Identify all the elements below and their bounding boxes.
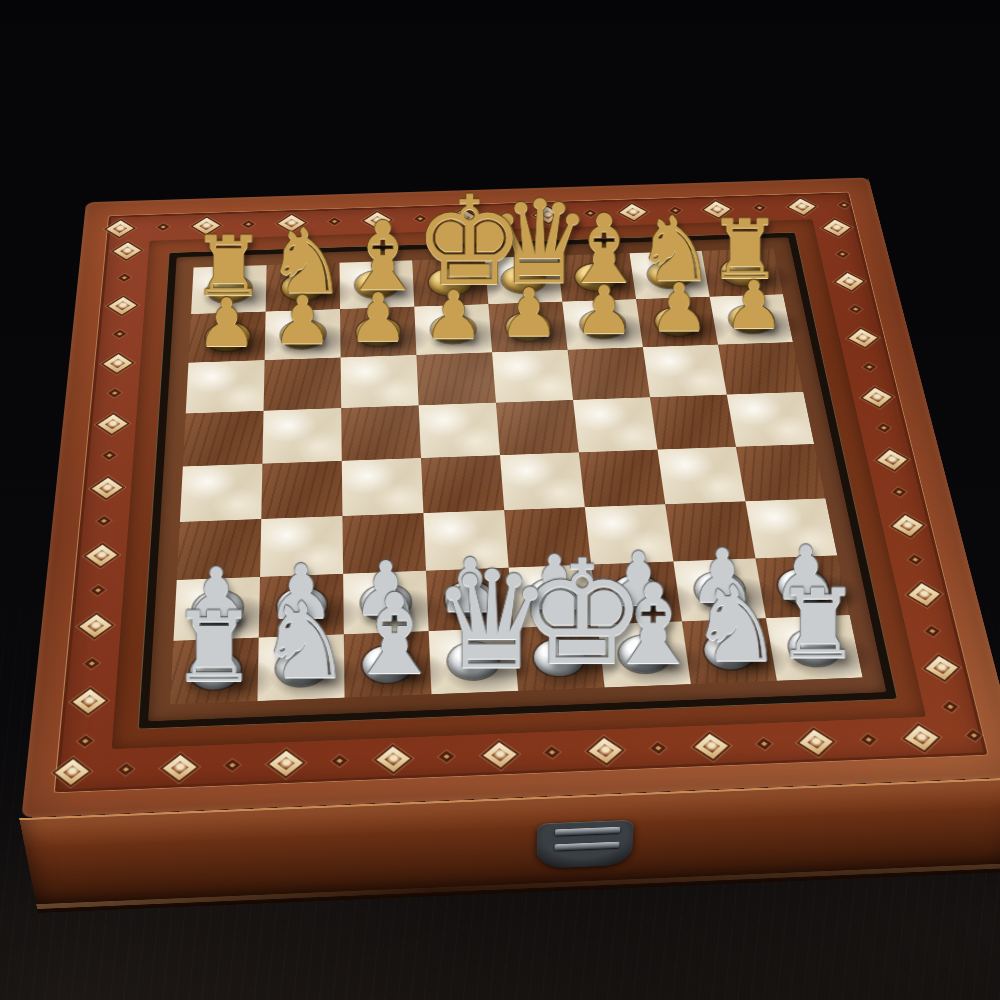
inlay-diamond-small — [943, 701, 958, 713]
inlay-diamond — [92, 477, 122, 498]
piece-cell-c7: ♟ — [340, 307, 416, 358]
inlay-diamond — [823, 220, 850, 237]
inlay-diamond-small — [225, 759, 241, 771]
inlay-diamond-small — [108, 389, 122, 398]
inlay-diamond-small — [91, 585, 106, 596]
inlay-diamond-small — [863, 363, 877, 372]
inlay-diamond-small — [157, 223, 170, 231]
inlay-diamond-small — [332, 755, 348, 767]
inlay-diamond-small — [118, 763, 134, 775]
piece-gold-pawn-g7[interactable]: ♟ — [642, 277, 717, 338]
inlay-diamond — [106, 220, 133, 237]
inlay-diamond-small — [849, 305, 862, 313]
inlay-diamond — [163, 754, 197, 780]
piece-gold-pawn-d7[interactable]: ♟ — [416, 285, 491, 347]
inlay-diamond-small — [650, 742, 666, 754]
inlay-diamond — [103, 354, 132, 373]
piece-cell-e7: ♟ — [488, 302, 567, 353]
inlay-diamond-small — [113, 330, 126, 339]
inlay-diamond — [905, 725, 938, 750]
inlay-diamond — [789, 198, 815, 214]
piece-gold-pawn-h7[interactable]: ♟ — [717, 275, 792, 336]
inlay-diamond — [55, 759, 89, 785]
inlay-diamond-small — [836, 250, 849, 258]
piece-gold-pawn-f7[interactable]: ♟ — [567, 280, 642, 341]
inlay-diamond-small — [84, 658, 99, 669]
piece-silver-rook-h1[interactable]: ♜ — [775, 581, 861, 669]
inlay-diamond — [376, 746, 409, 772]
inlay-diamond — [72, 689, 105, 714]
piece-gold-pawn-b7[interactable]: ♟ — [265, 290, 341, 352]
piece-silver-rook-a1[interactable]: ♜ — [171, 604, 258, 693]
piece-cell-c1: ♝ — [344, 631, 432, 698]
inlay-diamond — [925, 656, 957, 680]
inlay-diamond — [908, 584, 939, 607]
inlay-diamond — [113, 242, 140, 259]
inlay-diamond-small — [118, 274, 131, 282]
box-latch[interactable] — [537, 820, 634, 869]
chess-box: ♜♞♝♚♛♝♞♜♟♟♟♟♟♟♟♟♟♟♟♟♟♟♟♟♜♞♝♛♚♝♞♜ — [21, 177, 1000, 818]
inlay-diamond — [835, 273, 862, 290]
piece-gold-pawn-a7[interactable]: ♟ — [189, 292, 265, 354]
inlay-diamond — [892, 515, 922, 536]
piece-silver-knight-b1[interactable]: ♞ — [258, 593, 345, 690]
inlay-diamond — [108, 297, 136, 315]
piece-gold-pawn-c7[interactable]: ♟ — [341, 287, 417, 349]
inlay-diamond-small — [756, 738, 772, 750]
inlay-diamond-small — [438, 751, 454, 763]
inlay-diamond — [877, 449, 907, 469]
piece-silver-bishop-c1[interactable]: ♝ — [344, 583, 431, 686]
piece-cell-b7: ♟ — [265, 309, 341, 360]
piece-cell-a7: ♟ — [188, 311, 265, 362]
inlay-diamond — [800, 729, 833, 754]
inlay-diamond-small — [892, 487, 906, 497]
piece-cell-d7: ♟ — [414, 304, 492, 355]
scene: ♜♞♝♚♛♝♞♜♟♟♟♟♟♟♟♟♟♟♟♟♟♟♟♟♜♞♝♛♚♝♞♜ — [0, 0, 1000, 1000]
inlay-diamond-small — [102, 451, 116, 461]
piece-gold-pawn-e7[interactable]: ♟ — [491, 282, 566, 343]
inlay-diamond-small — [908, 554, 923, 564]
inlay-diamond-small — [97, 516, 112, 526]
piece-cell-a1: ♜ — [170, 637, 259, 704]
inlay-diamond-small — [925, 626, 940, 637]
inlay-diamond — [483, 742, 516, 767]
piece-cell-b1: ♞ — [257, 634, 344, 701]
inlay-diamond — [862, 388, 891, 407]
inlay-diamond — [97, 414, 126, 434]
inlay-diamond — [270, 750, 304, 776]
inlay-diamond-small — [861, 734, 877, 746]
inlay-diamond-small — [877, 423, 891, 432]
inlay-diamond — [589, 738, 622, 763]
inlay-diamond — [79, 615, 111, 638]
inlay-diamond-small — [544, 746, 560, 758]
inlay-diamond — [694, 733, 727, 758]
pieces-layer: ♜♞♝♚♛♝♞♜♟♟♟♟♟♟♟♟♟♟♟♟♟♟♟♟♜♞♝♛♚♝♞♜ — [170, 248, 863, 704]
inlay-diamond — [85, 544, 116, 566]
inlay-diamond — [848, 329, 876, 347]
